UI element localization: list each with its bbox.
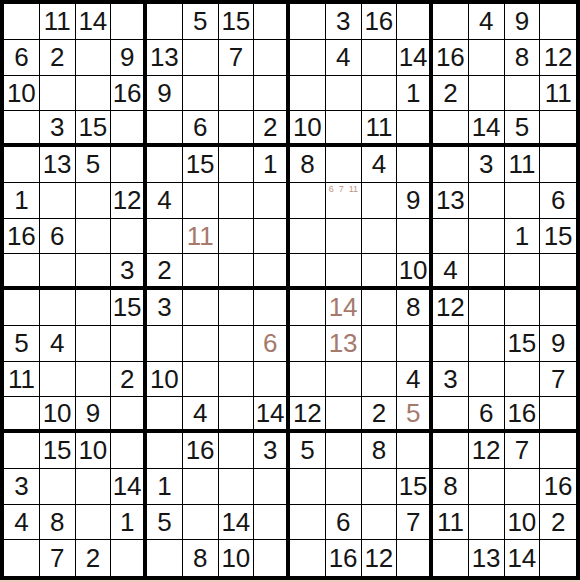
cell-r4c6[interactable]: 6 [183, 111, 219, 147]
cell-r16c15[interactable]: 14 [505, 540, 541, 576]
cell-r14c4[interactable]: 14 [111, 469, 147, 505]
cell-r6c5[interactable]: 4 [147, 183, 183, 219]
cell-r6c15[interactable] [505, 183, 541, 219]
cell-r11c10[interactable] [326, 362, 362, 398]
cell-r1c12[interactable] [397, 4, 433, 40]
cell-r10c14[interactable] [469, 326, 505, 362]
cell-r15c14[interactable] [469, 505, 505, 541]
cell-r6c16[interactable]: 6 [540, 183, 576, 219]
cell-r9c3[interactable] [76, 290, 112, 326]
cell-r11c4[interactable]: 2 [111, 362, 147, 398]
cell-r1c9[interactable] [290, 4, 326, 40]
cell-r11c6[interactable] [183, 362, 219, 398]
cell-r15c4[interactable]: 1 [111, 505, 147, 541]
cell-r1c7[interactable]: 15 [219, 4, 255, 40]
cell-r5c11[interactable]: 4 [362, 147, 398, 183]
cell-r6c2[interactable] [40, 183, 76, 219]
cell-r10c15[interactable]: 15 [505, 326, 541, 362]
cell-r15c11[interactable] [362, 505, 398, 541]
cell-r11c5[interactable]: 10 [147, 362, 183, 398]
cell-r7c2[interactable]: 6 [40, 219, 76, 255]
cell-r1c16[interactable] [540, 4, 576, 40]
cell-r3c4[interactable]: 16 [111, 76, 147, 112]
cell-r5c16[interactable] [540, 147, 576, 183]
cell-r1c14[interactable]: 4 [469, 4, 505, 40]
cell-r9c9[interactable] [290, 290, 326, 326]
cell-r13c10[interactable] [326, 433, 362, 469]
cell-r6c4[interactable]: 12 [111, 183, 147, 219]
cell-r16c11[interactable]: 12 [362, 540, 398, 576]
cell-r3c8[interactable] [254, 76, 290, 112]
cell-r1c8[interactable] [254, 4, 290, 40]
cell-r11c16[interactable]: 7 [540, 362, 576, 398]
cell-r9c4[interactable]: 15 [111, 290, 147, 326]
cell-r6c14[interactable] [469, 183, 505, 219]
cell-r2c10[interactable]: 4 [326, 40, 362, 76]
cell-r3c7[interactable] [219, 76, 255, 112]
cell-r16c2[interactable]: 7 [40, 540, 76, 576]
cell-r1c4[interactable] [111, 4, 147, 40]
cell-r14c15[interactable] [505, 469, 541, 505]
cell-r3c15[interactable] [505, 76, 541, 112]
cell-r11c8[interactable] [254, 362, 290, 398]
cell-r15c3[interactable] [76, 505, 112, 541]
cell-r14c10[interactable] [326, 469, 362, 505]
cell-r7c6[interactable]: 11 [183, 219, 219, 255]
cell-r14c5[interactable]: 1 [147, 469, 183, 505]
cell-r15c13[interactable]: 11 [433, 505, 469, 541]
cell-r2c4[interactable]: 9 [111, 40, 147, 76]
cell-r1c11[interactable]: 16 [362, 4, 398, 40]
cell-r2c5[interactable]: 13 [147, 40, 183, 76]
cell-r16c6[interactable]: 8 [183, 540, 219, 576]
cell-r9c13[interactable]: 12 [433, 290, 469, 326]
cell-r3c9[interactable] [290, 76, 326, 112]
cell-r5c12[interactable] [397, 147, 433, 183]
cell-r5c1[interactable] [4, 147, 40, 183]
cell-r12c11[interactable]: 2 [362, 397, 398, 433]
sudoku-app: 1114515316496291374141681210169121131562… [0, 0, 580, 582]
cell-r6c8[interactable] [254, 183, 290, 219]
cell-r13c6[interactable]: 16 [183, 433, 219, 469]
cell-r3c1[interactable]: 10 [4, 76, 40, 112]
cell-r7c8[interactable] [254, 219, 290, 255]
cell-r9c11[interactable] [362, 290, 398, 326]
cell-r9c10[interactable]: 14 [326, 290, 362, 326]
cell-r12c4[interactable] [111, 397, 147, 433]
cell-r9c7[interactable] [219, 290, 255, 326]
cell-r8c3[interactable] [76, 254, 112, 290]
cell-r13c8[interactable]: 3 [254, 433, 290, 469]
cell-r12c10[interactable] [326, 397, 362, 433]
cell-r16c10[interactable]: 16 [326, 540, 362, 576]
cell-r7c5[interactable] [147, 219, 183, 255]
cell-r4c3[interactable]: 15 [76, 111, 112, 147]
cell-r8c4[interactable]: 3 [111, 254, 147, 290]
cell-r6c6[interactable] [183, 183, 219, 219]
cell-r7c10[interactable] [326, 219, 362, 255]
cell-r16c1[interactable] [4, 540, 40, 576]
cell-r10c1[interactable]: 5 [4, 326, 40, 362]
cell-r5c13[interactable] [433, 147, 469, 183]
cell-r4c12[interactable] [397, 111, 433, 147]
cell-r7c7[interactable] [219, 219, 255, 255]
cell-r9c12[interactable]: 8 [397, 290, 433, 326]
cell-r4c4[interactable] [111, 111, 147, 147]
cell-r3c6[interactable] [183, 76, 219, 112]
cell-r16c9[interactable] [290, 540, 326, 576]
cell-r14c6[interactable] [183, 469, 219, 505]
cell-r9c15[interactable] [505, 290, 541, 326]
cell-r7c15[interactable]: 1 [505, 219, 541, 255]
cell-r1c10[interactable]: 3 [326, 4, 362, 40]
cell-r3c14[interactable] [469, 76, 505, 112]
cell-r9c6[interactable] [183, 290, 219, 326]
cell-r3c2[interactable] [40, 76, 76, 112]
cell-r12c13[interactable] [433, 397, 469, 433]
cell-r16c7[interactable]: 10 [219, 540, 255, 576]
cell-r10c13[interactable] [433, 326, 469, 362]
cell-r2c1[interactable]: 6 [4, 40, 40, 76]
cell-r10c7[interactable] [219, 326, 255, 362]
cell-r12c9[interactable]: 12 [290, 397, 326, 433]
cell-r8c11[interactable] [362, 254, 398, 290]
sudoku-board: 1114515316496291374141681210169121131562… [0, 0, 580, 580]
cell-r11c12[interactable]: 4 [397, 362, 433, 398]
cell-r12c12[interactable]: 5 [397, 397, 433, 433]
cell-r9c8[interactable] [254, 290, 290, 326]
cell-r15c9[interactable] [290, 505, 326, 541]
cell-r6c1[interactable]: 1 [4, 183, 40, 219]
cell-r1c15[interactable]: 9 [505, 4, 541, 40]
cell-r6c3[interactable] [76, 183, 112, 219]
cell-r10c9[interactable] [290, 326, 326, 362]
cell-r15c6[interactable] [183, 505, 219, 541]
cell-r2c8[interactable] [254, 40, 290, 76]
cell-r5c2[interactable]: 13 [40, 147, 76, 183]
cell-r3c5[interactable]: 9 [147, 76, 183, 112]
cell-r4c1[interactable] [4, 111, 40, 147]
cell-r8c16[interactable] [540, 254, 576, 290]
cell-r13c5[interactable] [147, 433, 183, 469]
cell-r16c16[interactable] [540, 540, 576, 576]
cell-r5c15[interactable]: 11 [505, 147, 541, 183]
cell-r1c2[interactable]: 11 [40, 4, 76, 40]
cell-r8c12[interactable]: 10 [397, 254, 433, 290]
cell-r15c2[interactable]: 8 [40, 505, 76, 541]
cell-r15c1[interactable]: 4 [4, 505, 40, 541]
cell-r2c6[interactable] [183, 40, 219, 76]
cell-r14c8[interactable] [254, 469, 290, 505]
cell-r1c6[interactable]: 5 [183, 4, 219, 40]
cell-r4c11[interactable]: 11 [362, 111, 398, 147]
cell-r11c2[interactable] [40, 362, 76, 398]
cell-r4c14[interactable]: 14 [469, 111, 505, 147]
cell-r16c5[interactable] [147, 540, 183, 576]
cell-r15c10[interactable]: 6 [326, 505, 362, 541]
cell-r3c13[interactable]: 2 [433, 76, 469, 112]
cell-r14c16[interactable]: 16 [540, 469, 576, 505]
cell-r7c4[interactable] [111, 219, 147, 255]
cell-r7c9[interactable] [290, 219, 326, 255]
cell-r10c5[interactable] [147, 326, 183, 362]
cell-r2c3[interactable] [76, 40, 112, 76]
cell-r1c1[interactable] [4, 4, 40, 40]
cell-r7c11[interactable] [362, 219, 398, 255]
cell-r13c16[interactable] [540, 433, 576, 469]
cell-r5c4[interactable] [111, 147, 147, 183]
cell-r6c10[interactable]: 6711 [326, 183, 362, 219]
cell-r3c10[interactable] [326, 76, 362, 112]
cell-r14c13[interactable]: 8 [433, 469, 469, 505]
cell-r9c14[interactable] [469, 290, 505, 326]
cell-r14c11[interactable] [362, 469, 398, 505]
cell-r12c14[interactable]: 6 [469, 397, 505, 433]
cell-r11c9[interactable] [290, 362, 326, 398]
cell-r11c11[interactable] [362, 362, 398, 398]
cell-r12c3[interactable]: 9 [76, 397, 112, 433]
cell-r5c5[interactable] [147, 147, 183, 183]
cell-r5c6[interactable]: 15 [183, 147, 219, 183]
cell-r14c3[interactable] [76, 469, 112, 505]
cell-r3c16[interactable]: 11 [540, 76, 576, 112]
cell-r15c8[interactable] [254, 505, 290, 541]
cell-r15c15[interactable]: 10 [505, 505, 541, 541]
cell-r8c1[interactable] [4, 254, 40, 290]
cell-r12c8[interactable]: 14 [254, 397, 290, 433]
cell-r5c7[interactable] [219, 147, 255, 183]
cell-r4c7[interactable] [219, 111, 255, 147]
cell-r8c9[interactable] [290, 254, 326, 290]
cell-r13c2[interactable]: 15 [40, 433, 76, 469]
cell-r16c13[interactable] [433, 540, 469, 576]
cell-r1c5[interactable] [147, 4, 183, 40]
cell-r7c14[interactable] [469, 219, 505, 255]
cell-r3c11[interactable] [362, 76, 398, 112]
cell-r8c10[interactable] [326, 254, 362, 290]
cell-r10c16[interactable]: 9 [540, 326, 576, 362]
cell-r15c5[interactable]: 5 [147, 505, 183, 541]
cell-r6c11[interactable] [362, 183, 398, 219]
cell-r12c1[interactable] [4, 397, 40, 433]
cell-r14c1[interactable]: 3 [4, 469, 40, 505]
cell-r10c3[interactable] [76, 326, 112, 362]
cell-r10c2[interactable]: 4 [40, 326, 76, 362]
cell-r9c16[interactable] [540, 290, 576, 326]
cell-r4c5[interactable] [147, 111, 183, 147]
cell-r1c3[interactable]: 14 [76, 4, 112, 40]
cell-r16c4[interactable] [111, 540, 147, 576]
cell-r10c8[interactable]: 6 [254, 326, 290, 362]
cell-r4c13[interactable] [433, 111, 469, 147]
cell-r8c5[interactable]: 2 [147, 254, 183, 290]
cell-r10c11[interactable] [362, 326, 398, 362]
cell-r16c12[interactable] [397, 540, 433, 576]
cell-r14c14[interactable] [469, 469, 505, 505]
cell-r4c10[interactable] [326, 111, 362, 147]
cell-r7c13[interactable] [433, 219, 469, 255]
cell-r16c14[interactable]: 13 [469, 540, 505, 576]
cell-r9c1[interactable] [4, 290, 40, 326]
cell-r5c8[interactable]: 1 [254, 147, 290, 183]
cell-r2c15[interactable]: 8 [505, 40, 541, 76]
cell-r6c7[interactable] [219, 183, 255, 219]
cell-r5c14[interactable]: 3 [469, 147, 505, 183]
cell-r2c11[interactable] [362, 40, 398, 76]
cell-r12c15[interactable]: 16 [505, 397, 541, 433]
cell-r8c7[interactable] [219, 254, 255, 290]
cell-r4c9[interactable]: 10 [290, 111, 326, 147]
cell-r6c13[interactable]: 13 [433, 183, 469, 219]
cell-r4c8[interactable]: 2 [254, 111, 290, 147]
cell-r11c13[interactable]: 3 [433, 362, 469, 398]
cell-r13c9[interactable]: 5 [290, 433, 326, 469]
cell-r14c7[interactable] [219, 469, 255, 505]
cell-r14c9[interactable] [290, 469, 326, 505]
cell-r8c13[interactable]: 4 [433, 254, 469, 290]
cell-r12c2[interactable]: 10 [40, 397, 76, 433]
cell-r8c2[interactable] [40, 254, 76, 290]
cell-r14c12[interactable]: 15 [397, 469, 433, 505]
cell-r3c12[interactable]: 1 [397, 76, 433, 112]
cell-r13c15[interactable]: 7 [505, 433, 541, 469]
cell-r11c15[interactable] [505, 362, 541, 398]
cell-r8c8[interactable] [254, 254, 290, 290]
cell-r2c9[interactable] [290, 40, 326, 76]
cell-r13c1[interactable] [4, 433, 40, 469]
cell-r11c1[interactable]: 11 [4, 362, 40, 398]
cell-r12c7[interactable] [219, 397, 255, 433]
cell-r5c9[interactable]: 8 [290, 147, 326, 183]
cell-r8c6[interactable] [183, 254, 219, 290]
cell-r5c10[interactable] [326, 147, 362, 183]
cell-r13c3[interactable]: 10 [76, 433, 112, 469]
cell-r15c7[interactable]: 14 [219, 505, 255, 541]
cell-r13c12[interactable] [397, 433, 433, 469]
cell-r2c16[interactable]: 12 [540, 40, 576, 76]
cell-r12c6[interactable]: 4 [183, 397, 219, 433]
cell-r9c5[interactable]: 3 [147, 290, 183, 326]
cell-r7c16[interactable]: 15 [540, 219, 576, 255]
cell-r10c10[interactable]: 13 [326, 326, 362, 362]
cell-r13c7[interactable] [219, 433, 255, 469]
cell-r2c14[interactable] [469, 40, 505, 76]
cell-r16c3[interactable]: 2 [76, 540, 112, 576]
cell-r5c3[interactable]: 5 [76, 147, 112, 183]
pencil-marks: 6711 [329, 185, 358, 194]
cell-r2c2[interactable]: 2 [40, 40, 76, 76]
cell-r6c12[interactable]: 9 [397, 183, 433, 219]
cell-r11c3[interactable] [76, 362, 112, 398]
cell-r1c13[interactable] [433, 4, 469, 40]
cell-r7c3[interactable] [76, 219, 112, 255]
cell-r10c4[interactable] [111, 326, 147, 362]
cell-r7c12[interactable] [397, 219, 433, 255]
cell-r15c16[interactable]: 2 [540, 505, 576, 541]
cell-r15c12[interactable]: 7 [397, 505, 433, 541]
cell-r2c7[interactable]: 7 [219, 40, 255, 76]
cell-r10c6[interactable] [183, 326, 219, 362]
cell-r10c12[interactable] [397, 326, 433, 362]
cell-r11c7[interactable] [219, 362, 255, 398]
cell-r13c4[interactable] [111, 433, 147, 469]
cell-r4c16[interactable] [540, 111, 576, 147]
cell-r9c2[interactable] [40, 290, 76, 326]
cell-r2c13[interactable]: 16 [433, 40, 469, 76]
cell-r12c16[interactable] [540, 397, 576, 433]
cell-r4c15[interactable]: 5 [505, 111, 541, 147]
cell-r12c5[interactable] [147, 397, 183, 433]
cell-r7c1[interactable]: 16 [4, 219, 40, 255]
cell-r14c2[interactable] [40, 469, 76, 505]
cell-r8c14[interactable] [469, 254, 505, 290]
cell-r16c8[interactable] [254, 540, 290, 576]
cell-r13c13[interactable] [433, 433, 469, 469]
cell-r3c3[interactable] [76, 76, 112, 112]
cell-r6c9[interactable] [290, 183, 326, 219]
cell-r8c15[interactable] [505, 254, 541, 290]
cell-r4c2[interactable]: 3 [40, 111, 76, 147]
cell-r2c12[interactable]: 14 [397, 40, 433, 76]
cell-r13c11[interactable]: 8 [362, 433, 398, 469]
cell-r13c14[interactable]: 12 [469, 433, 505, 469]
cell-r11c14[interactable] [469, 362, 505, 398]
